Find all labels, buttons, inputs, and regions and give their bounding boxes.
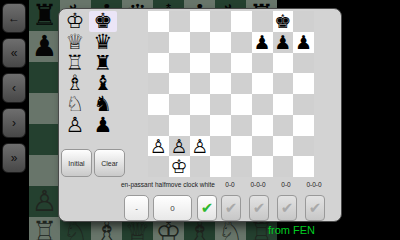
editor-square-b1[interactable]: ♔ — [169, 156, 190, 177]
editor-square-b3[interactable] — [169, 115, 190, 136]
castling-label-3: 0-0-0 — [299, 181, 329, 188]
palette-white-queen[interactable]: ♕ — [61, 32, 89, 53]
from-fen-link[interactable]: from FEN — [268, 224, 315, 236]
editor-square-c6[interactable] — [190, 53, 211, 74]
editor-square-h5[interactable] — [293, 73, 314, 94]
editor-square-g8[interactable]: ♚ — [273, 11, 294, 32]
white-pawn: ♙ — [32, 186, 58, 217]
palette-black-pawn[interactable]: ♟ — [89, 115, 117, 136]
editor-square-a3[interactable] — [148, 115, 169, 136]
editor-square-e3[interactable] — [231, 115, 252, 136]
editor-square-g1[interactable] — [273, 156, 294, 177]
bg-square-a3 — [29, 155, 60, 186]
black-kingside-castle-check[interactable]: ✔ — [277, 195, 297, 221]
editor-square-h8[interactable] — [293, 11, 314, 32]
editor-square-c1[interactable] — [190, 156, 211, 177]
back-arrow-icon: ← — [8, 11, 20, 25]
check-icon: ✔ — [281, 199, 294, 217]
nav-button-column: ←«‹›» — [2, 3, 27, 178]
editor-square-d3[interactable] — [210, 115, 231, 136]
editor-square-c2[interactable]: ♙ — [190, 136, 211, 157]
editor-square-g7[interactable]: ♟ — [273, 32, 294, 53]
editor-square-b6[interactable] — [169, 53, 190, 74]
editor-square-f5[interactable] — [252, 73, 273, 94]
editor-square-f4[interactable] — [252, 94, 273, 115]
black-pawn: ♟ — [254, 31, 271, 53]
black-rook: ♜ — [32, 0, 58, 31]
editor-square-a6[interactable] — [148, 53, 169, 74]
white-kingside-castle-check[interactable]: ✔ — [221, 195, 241, 221]
bg-square-a4 — [29, 124, 60, 155]
fast-rewind-icon: « — [11, 46, 18, 60]
castling-label-0: 0-0 — [215, 181, 245, 188]
clear-board-button[interactable]: Clear — [94, 149, 125, 177]
editor-square-d6[interactable] — [210, 53, 231, 74]
en-passant-field[interactable]: - — [124, 195, 149, 221]
piece-palette: ♔♚♕♛♖♜♗♝♘♞♙♟ — [61, 11, 119, 136]
white-pawn: ♙ — [171, 135, 188, 157]
editor-square-f1[interactable] — [252, 156, 273, 177]
black-pawn: ♟ — [295, 31, 312, 53]
editor-square-f3[interactable] — [252, 115, 273, 136]
editor-chess-board[interactable]: ♚♟♟♟♙♙♙♔ — [148, 11, 314, 177]
editor-square-c7[interactable] — [190, 32, 211, 53]
palette-black-knight[interactable]: ♞ — [89, 94, 117, 115]
white-pawn: ♙ — [191, 135, 208, 157]
editor-square-d7[interactable] — [210, 32, 231, 53]
step-forward-icon: › — [12, 116, 16, 130]
bg-square-a5 — [29, 93, 60, 124]
palette-white-rook[interactable]: ♖ — [61, 53, 89, 74]
editor-square-h7[interactable]: ♟ — [293, 32, 314, 53]
bg-square-a1: ♖ — [29, 217, 60, 240]
bg-square-a6 — [29, 62, 60, 93]
bg-square-a7: ♟ — [29, 31, 60, 62]
editor-square-d2[interactable] — [210, 136, 231, 157]
editor-square-h1[interactable] — [293, 156, 314, 177]
check-icon: ✔ — [309, 199, 322, 217]
white-king: ♔ — [171, 155, 188, 177]
editor-square-d8[interactable] — [210, 11, 231, 32]
editor-square-f7[interactable]: ♟ — [252, 32, 273, 53]
editor-square-a1[interactable] — [148, 156, 169, 177]
white-queenside-castle-check[interactable]: ✔ — [249, 195, 269, 221]
editor-square-b7[interactable] — [169, 32, 190, 53]
editor-square-e1[interactable] — [231, 156, 252, 177]
editor-square-d5[interactable] — [210, 73, 231, 94]
editor-square-e6[interactable] — [231, 53, 252, 74]
editor-square-f2[interactable] — [252, 136, 273, 157]
halfmove-clock-input[interactable]: 0 — [153, 195, 192, 221]
check-icon: ✔ — [253, 199, 266, 217]
white-rook: ♖ — [32, 217, 58, 240]
bg-square-a2: ♙ — [29, 186, 60, 217]
castling-label-1: 0-0-0 — [243, 181, 273, 188]
editor-square-c4[interactable] — [190, 94, 211, 115]
editor-square-b8[interactable] — [169, 11, 190, 32]
editor-square-a4[interactable] — [148, 94, 169, 115]
palette-white-king[interactable]: ♔ — [61, 11, 89, 32]
palette-white-knight[interactable]: ♘ — [61, 94, 89, 115]
white-to-move-check[interactable]: ✔ — [197, 195, 217, 221]
editor-square-c5[interactable] — [190, 73, 211, 94]
palette-black-bishop[interactable]: ♝ — [89, 73, 117, 94]
palette-white-bishop[interactable]: ♗ — [61, 73, 89, 94]
initial-position-button[interactable]: Initial — [61, 149, 92, 177]
step-forward-button[interactable]: › — [2, 108, 26, 138]
editor-square-h2[interactable] — [293, 136, 314, 157]
editor-square-g4[interactable] — [273, 94, 294, 115]
editor-square-e5[interactable] — [231, 73, 252, 94]
position-editor-dialog: ♔♚♕♛♖♜♗♝♘♞♙♟ ♚♟♟♟♙♙♙♔ Initial Clear en-p… — [58, 8, 342, 222]
white-pawn: ♙ — [150, 135, 167, 157]
palette-black-king[interactable]: ♚ — [89, 11, 117, 32]
check-icon: ✔ — [201, 199, 214, 217]
black-queenside-castle-check[interactable]: ✔ — [305, 195, 325, 221]
step-back-icon: ‹ — [12, 81, 16, 95]
editor-square-f8[interactable] — [252, 11, 273, 32]
editor-square-f6[interactable] — [252, 53, 273, 74]
editor-square-g2[interactable] — [273, 136, 294, 157]
editor-square-c8[interactable] — [190, 11, 211, 32]
editor-square-e7[interactable] — [231, 32, 252, 53]
back-arrow-button[interactable]: ← — [2, 3, 26, 33]
step-back-button[interactable]: ‹ — [2, 73, 26, 103]
editor-square-e4[interactable] — [231, 94, 252, 115]
editor-square-d1[interactable] — [210, 156, 231, 177]
editor-square-b2[interactable]: ♙ — [169, 136, 190, 157]
bg-square-a8: ♜ — [29, 0, 60, 31]
screen: ♜♞♝♛♚♝♞♜♟♟♟♟♟♟♟♟♙♙♙♙♙♙♙♙♖♘♗♕♔♗♘♖ ←«‹›» ♔… — [0, 0, 400, 240]
editor-square-h6[interactable] — [293, 53, 314, 74]
black-pawn: ♟ — [32, 31, 58, 62]
fast-forward-button[interactable]: » — [2, 143, 26, 173]
editor-square-g6[interactable] — [273, 53, 294, 74]
fast-rewind-button[interactable]: « — [2, 38, 26, 68]
editor-square-a8[interactable] — [148, 11, 169, 32]
castling-label-2: 0-0 — [271, 181, 301, 188]
fields-label: en-passant halfmove clock white — [121, 181, 215, 188]
editor-square-g3[interactable] — [273, 115, 294, 136]
check-icon: ✔ — [225, 199, 238, 217]
palette-black-rook[interactable]: ♜ — [89, 53, 117, 74]
palette-white-pawn[interactable]: ♙ — [61, 115, 89, 136]
editor-square-b5[interactable] — [169, 73, 190, 94]
black-pawn: ♟ — [274, 31, 291, 53]
editor-square-e2[interactable] — [231, 136, 252, 157]
editor-square-e8[interactable] — [231, 11, 252, 32]
palette-black-queen[interactable]: ♛ — [89, 32, 117, 53]
fast-forward-icon: » — [11, 151, 18, 165]
editor-square-a7[interactable] — [148, 32, 169, 53]
editor-square-c3[interactable] — [190, 115, 211, 136]
editor-square-d4[interactable] — [210, 94, 231, 115]
black-king: ♚ — [274, 10, 291, 32]
editor-square-g5[interactable] — [273, 73, 294, 94]
editor-square-h4[interactable] — [293, 94, 314, 115]
editor-square-a2[interactable]: ♙ — [148, 136, 169, 157]
editor-square-h3[interactable] — [293, 115, 314, 136]
editor-square-b4[interactable] — [169, 94, 190, 115]
editor-square-a5[interactable] — [148, 73, 169, 94]
